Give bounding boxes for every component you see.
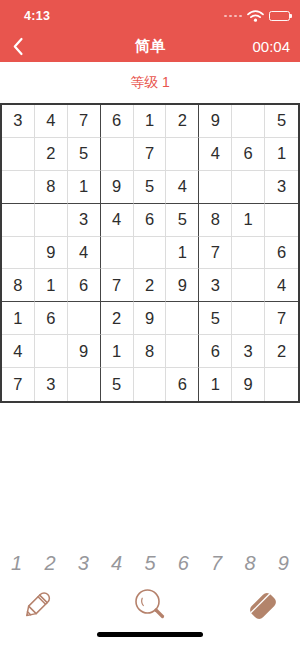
status-bar: 4:13	[0, 0, 300, 30]
cell-r2c7[interactable]: 4	[199, 138, 232, 171]
toolbar	[0, 586, 300, 626]
cell-r9c8[interactable]: 9	[232, 368, 265, 401]
app-screen: 4:13 简单 00:04 等级 1 347612	[0, 0, 300, 649]
cell-r1c3[interactable]: 7	[68, 105, 101, 138]
cell-r7c5[interactable]: 9	[134, 302, 167, 335]
cell-r8c2[interactable]	[35, 335, 68, 368]
cell-r6c6[interactable]: 9	[166, 269, 199, 302]
cell-r4c1[interactable]	[2, 204, 35, 237]
cell-r4c3[interactable]: 3	[68, 204, 101, 237]
numpad-digit-1[interactable]: 1	[0, 548, 33, 578]
cell-r6c3[interactable]: 6	[68, 269, 101, 302]
cell-r8c3[interactable]: 9	[68, 335, 101, 368]
level-label: 等级 1	[0, 62, 300, 103]
cell-r3c2[interactable]: 8	[35, 171, 68, 204]
cell-r7c7[interactable]: 5	[199, 302, 232, 335]
cell-r9c4[interactable]: 5	[101, 368, 134, 401]
home-indicator[interactable]	[97, 632, 203, 637]
cell-r1c9[interactable]: 5	[265, 105, 298, 138]
cell-r5c5[interactable]	[134, 237, 167, 270]
pencil-button[interactable]	[15, 584, 59, 628]
cell-r1c1[interactable]: 3	[2, 105, 35, 138]
cell-r8c8[interactable]: 3	[232, 335, 265, 368]
cell-r7c9[interactable]: 7	[265, 302, 298, 335]
chevron-left-icon	[12, 37, 24, 56]
cell-r2c3[interactable]: 5	[68, 138, 101, 171]
cell-r4c5[interactable]: 6	[134, 204, 167, 237]
numpad-digit-6[interactable]: 6	[167, 548, 200, 578]
cell-r8c4[interactable]: 1	[101, 335, 134, 368]
game-timer: 00:04	[252, 38, 290, 55]
cell-r2c6[interactable]	[166, 138, 199, 171]
cell-r9c5[interactable]	[134, 368, 167, 401]
numpad-digit-7[interactable]: 7	[200, 548, 233, 578]
status-time: 4:13	[24, 9, 50, 23]
cell-r4c7[interactable]: 8	[199, 204, 232, 237]
cell-r4c4[interactable]: 4	[101, 204, 134, 237]
numpad-digit-2[interactable]: 2	[33, 548, 66, 578]
cell-r5c4[interactable]	[101, 237, 134, 270]
cell-r7c3[interactable]	[68, 302, 101, 335]
navigation-bar: 简单 00:04	[0, 30, 300, 62]
cell-r2c1[interactable]	[2, 138, 35, 171]
magnifier-button[interactable]	[128, 584, 172, 628]
cell-r3c7[interactable]	[199, 171, 232, 204]
back-button[interactable]	[10, 35, 26, 58]
cell-r5c3[interactable]: 4	[68, 237, 101, 270]
number-pad: 123456789	[0, 548, 300, 578]
numpad-digit-9[interactable]: 9	[267, 548, 300, 578]
cell-r8c5[interactable]: 8	[134, 335, 167, 368]
cell-r9c9[interactable]	[265, 368, 298, 401]
numpad-digit-8[interactable]: 8	[233, 548, 266, 578]
home-indicator-area	[0, 632, 300, 637]
cell-r5c9[interactable]: 6	[265, 237, 298, 270]
cell-r2c8[interactable]: 6	[232, 138, 265, 171]
cell-r7c2[interactable]: 6	[35, 302, 68, 335]
cell-r6c9[interactable]: 4	[265, 269, 298, 302]
cell-r2c5[interactable]: 7	[134, 138, 167, 171]
cell-r8c9[interactable]: 2	[265, 335, 298, 368]
cell-r1c2[interactable]: 4	[35, 105, 68, 138]
battery-icon	[269, 11, 290, 22]
cell-r6c1[interactable]: 8	[2, 269, 35, 302]
numpad-digit-5[interactable]: 5	[133, 548, 166, 578]
cellular-signal-icon	[224, 15, 242, 18]
eraser-button[interactable]	[241, 584, 285, 628]
cell-r2c2[interactable]: 2	[35, 138, 68, 171]
cell-r7c8[interactable]	[232, 302, 265, 335]
cell-r9c1[interactable]: 7	[2, 368, 35, 401]
cell-r5c2[interactable]: 9	[35, 237, 68, 270]
cell-r4c8[interactable]: 1	[232, 204, 265, 237]
magnifier-icon	[130, 586, 170, 626]
cell-r6c4[interactable]: 7	[101, 269, 134, 302]
cell-r3c3[interactable]: 1	[68, 171, 101, 204]
wifi-icon	[247, 10, 264, 22]
sudoku-board: 3476129525746181954334658194176816729341…	[0, 103, 300, 403]
status-icons	[224, 10, 290, 22]
cell-r2c4[interactable]	[101, 138, 134, 171]
pencil-icon	[18, 587, 56, 625]
cell-r3c6[interactable]: 4	[166, 171, 199, 204]
numpad-digit-3[interactable]: 3	[67, 548, 100, 578]
cell-r5c1[interactable]	[2, 237, 35, 270]
cell-r8c1[interactable]: 4	[2, 335, 35, 368]
cell-r7c4[interactable]: 2	[101, 302, 134, 335]
cell-r3c4[interactable]: 9	[101, 171, 134, 204]
cell-r1c8[interactable]	[232, 105, 265, 138]
cell-r9c3[interactable]	[68, 368, 101, 401]
cell-r3c5[interactable]: 5	[134, 171, 167, 204]
cell-r1c4[interactable]: 6	[101, 105, 134, 138]
cell-r5c6[interactable]: 1	[166, 237, 199, 270]
cell-r2c9[interactable]: 1	[265, 138, 298, 171]
cell-r4c6[interactable]: 5	[166, 204, 199, 237]
cell-r8c6[interactable]	[166, 335, 199, 368]
cell-r4c9[interactable]	[265, 204, 298, 237]
cell-r7c1[interactable]: 1	[2, 302, 35, 335]
cell-r6c8[interactable]	[232, 269, 265, 302]
cell-r1c7[interactable]: 9	[199, 105, 232, 138]
cell-r3c9[interactable]: 3	[265, 171, 298, 204]
cell-r1c6[interactable]: 2	[166, 105, 199, 138]
cell-r5c8[interactable]	[232, 237, 265, 270]
cell-r6c5[interactable]: 2	[134, 269, 167, 302]
cell-r5c7[interactable]: 7	[199, 237, 232, 270]
cell-r9c2[interactable]: 3	[35, 368, 68, 401]
cell-r9c7[interactable]: 1	[199, 368, 232, 401]
cell-r6c7[interactable]: 3	[199, 269, 232, 302]
cell-r1c5[interactable]: 1	[134, 105, 167, 138]
cell-r3c8[interactable]	[232, 171, 265, 204]
cell-r9c6[interactable]: 6	[166, 368, 199, 401]
cell-r8c7[interactable]: 6	[199, 335, 232, 368]
cell-r3c1[interactable]	[2, 171, 35, 204]
cell-r7c6[interactable]	[166, 302, 199, 335]
cell-r6c2[interactable]: 1	[35, 269, 68, 302]
eraser-icon	[244, 587, 282, 625]
numpad-digit-4[interactable]: 4	[100, 548, 133, 578]
cell-r4c2[interactable]	[35, 204, 68, 237]
